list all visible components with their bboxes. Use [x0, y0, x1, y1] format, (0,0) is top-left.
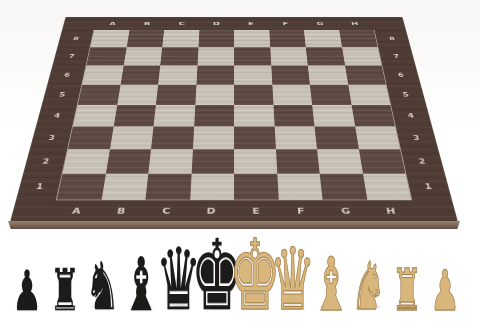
square-b8[interactable] — [126, 30, 164, 47]
frame-corner — [10, 200, 57, 222]
rank-label-right-4: 4 — [390, 105, 432, 127]
square-h1[interactable] — [363, 174, 412, 200]
square-d8[interactable] — [198, 30, 234, 47]
chessboard: ABCDEFGH8877665544332211ABCDEFGH — [10, 17, 458, 222]
square-a6[interactable] — [82, 65, 123, 84]
white-queen-piece[interactable]: ♛ — [270, 236, 316, 322]
rank-label-right-8: 8 — [374, 30, 411, 47]
file-label-top-b: B — [129, 17, 165, 30]
black-rook-piece[interactable]: ♜ — [49, 261, 80, 319]
square-h6[interactable] — [345, 65, 386, 84]
square-b4[interactable] — [113, 105, 156, 127]
white-pawn-piece[interactable]: ♟ — [430, 263, 460, 319]
rank-label-left-3: 3 — [30, 126, 73, 149]
file-label-bottom-b: B — [98, 200, 146, 222]
square-c7[interactable] — [160, 47, 198, 65]
square-f1[interactable] — [277, 174, 323, 200]
rank-label-right-7: 7 — [378, 47, 416, 65]
square-g2[interactable] — [317, 149, 363, 173]
square-d4[interactable] — [194, 105, 234, 127]
square-g5[interactable] — [310, 85, 351, 105]
square-c5[interactable] — [156, 85, 196, 105]
square-a5[interactable] — [78, 85, 120, 105]
square-a2[interactable] — [63, 149, 110, 173]
square-f6[interactable] — [271, 65, 310, 84]
chess-set-product-photo: ABCDEFGH8877665544332211ABCDEFGH ♟♜♞♝♛♚♚… — [0, 0, 480, 336]
tray-slot-black-bishop: ♝ — [122, 228, 160, 312]
rank-label-left-5: 5 — [42, 85, 83, 105]
square-a3[interactable] — [68, 126, 113, 149]
square-b1[interactable] — [101, 174, 148, 200]
black-pawn-piece[interactable]: ♟ — [12, 263, 42, 319]
rank-label-right-3: 3 — [395, 126, 438, 149]
tray-slot-white-rook: ♜ — [388, 228, 426, 312]
square-a1[interactable] — [57, 174, 106, 200]
square-d1[interactable] — [190, 174, 234, 200]
square-c6[interactable] — [158, 65, 197, 84]
file-label-top-f: F — [268, 17, 304, 30]
file-label-top-d: D — [199, 17, 234, 30]
square-g1[interactable] — [320, 174, 367, 200]
square-e4[interactable] — [234, 105, 274, 127]
piece-tray: ♟♜♞♝♛♚♚♛♝♞♜♟ — [8, 228, 464, 312]
file-label-top-g: G — [302, 17, 338, 30]
tray-slot-white-knight: ♞ — [350, 228, 388, 312]
square-g4[interactable] — [312, 105, 355, 127]
square-b7[interactable] — [123, 47, 162, 65]
square-e3[interactable] — [234, 126, 276, 149]
square-f4[interactable] — [273, 105, 314, 127]
square-g6[interactable] — [308, 65, 348, 84]
rank-label-right-1: 1 — [405, 174, 452, 200]
rank-label-left-2: 2 — [23, 149, 68, 173]
square-h5[interactable] — [348, 85, 390, 105]
file-label-top-c: C — [164, 17, 200, 30]
square-b6[interactable] — [120, 65, 160, 84]
square-a4[interactable] — [73, 105, 117, 127]
square-h4[interactable] — [351, 105, 395, 127]
square-d3[interactable] — [192, 126, 234, 149]
rank-label-left-1: 1 — [16, 174, 63, 200]
square-e1[interactable] — [234, 174, 278, 200]
square-h7[interactable] — [342, 47, 382, 65]
rank-label-right-2: 2 — [400, 149, 445, 173]
white-rook-piece[interactable]: ♜ — [391, 261, 422, 319]
square-b5[interactable] — [117, 85, 158, 105]
square-g7[interactable] — [306, 47, 345, 65]
square-c3[interactable] — [151, 126, 194, 149]
square-g3[interactable] — [314, 126, 358, 149]
tray-slot-white-pawn: ♟ — [426, 228, 464, 312]
square-d2[interactable] — [191, 149, 234, 173]
square-d6[interactable] — [196, 65, 234, 84]
file-label-bottom-a: A — [52, 200, 101, 222]
tray-slot-black-rook: ♜ — [46, 228, 84, 312]
tray-slot-white-bishop: ♝ — [312, 228, 350, 312]
tray-slot-white-queen: ♛ — [274, 228, 312, 312]
file-label-bottom-g: G — [323, 200, 371, 222]
tray-slot-white-king: ♚ — [236, 228, 274, 312]
file-label-bottom-f: F — [278, 200, 325, 222]
square-a7[interactable] — [86, 47, 126, 65]
chessboard-grid: ABCDEFGH8877665544332211ABCDEFGH — [10, 17, 458, 222]
square-e2[interactable] — [234, 149, 277, 173]
file-label-top-a: A — [94, 17, 131, 30]
white-bishop-piece[interactable]: ♝ — [311, 247, 351, 321]
rank-label-left-8: 8 — [57, 30, 94, 47]
square-e5[interactable] — [234, 85, 273, 105]
square-c4[interactable] — [154, 105, 195, 127]
square-c2[interactable] — [148, 149, 192, 173]
square-g8[interactable] — [304, 30, 342, 47]
square-f5[interactable] — [272, 85, 312, 105]
square-f8[interactable] — [269, 30, 306, 47]
square-a8[interactable] — [90, 30, 129, 47]
square-e6[interactable] — [234, 65, 272, 84]
rank-label-left-7: 7 — [52, 47, 90, 65]
square-f2[interactable] — [276, 149, 320, 173]
square-e8[interactable] — [234, 30, 270, 47]
tray-slot-black-knight: ♞ — [84, 228, 122, 312]
square-c8[interactable] — [162, 30, 199, 47]
square-d5[interactable] — [195, 85, 234, 105]
file-label-bottom-h: H — [367, 200, 416, 222]
square-c1[interactable] — [145, 174, 191, 200]
square-h2[interactable] — [359, 149, 406, 173]
tray-slot-black-pawn: ♟ — [8, 228, 46, 312]
rank-label-left-6: 6 — [47, 65, 86, 84]
file-label-top-e: E — [234, 17, 269, 30]
rank-label-right-5: 5 — [386, 85, 427, 105]
frame-corner — [62, 17, 97, 30]
square-d7[interactable] — [197, 47, 234, 65]
square-h3[interactable] — [355, 126, 400, 149]
square-f3[interactable] — [274, 126, 317, 149]
frame-corner — [371, 17, 406, 30]
square-e7[interactable] — [234, 47, 271, 65]
square-b2[interactable] — [105, 149, 151, 173]
file-label-top-h: H — [337, 17, 374, 30]
black-knight-piece[interactable]: ♞ — [85, 254, 121, 320]
square-b3[interactable] — [109, 126, 153, 149]
square-h8[interactable] — [339, 30, 378, 47]
square-f7[interactable] — [270, 47, 308, 65]
rank-label-left-4: 4 — [36, 105, 78, 127]
rank-label-right-6: 6 — [382, 65, 421, 84]
white-knight-piece[interactable]: ♞ — [351, 254, 387, 320]
file-label-bottom-c: C — [143, 200, 190, 222]
frame-corner — [411, 200, 458, 222]
